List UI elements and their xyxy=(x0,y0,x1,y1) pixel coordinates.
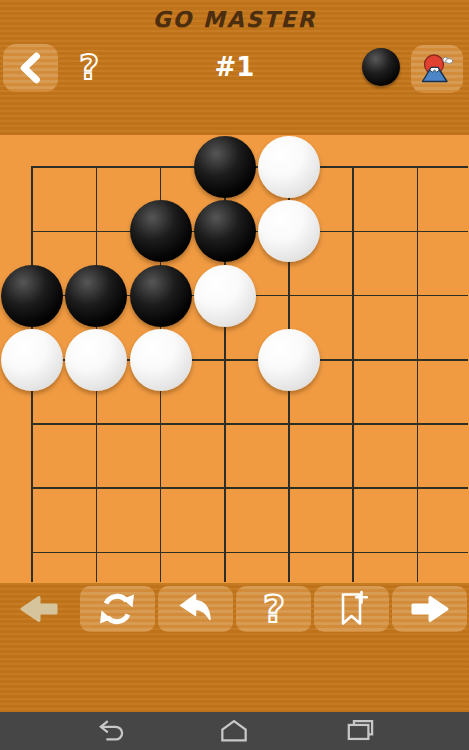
white-stone xyxy=(258,329,320,391)
help-icon[interactable]: ? xyxy=(73,47,105,89)
black-stone xyxy=(194,136,256,198)
android-home-button[interactable] xyxy=(212,717,256,745)
black-stone xyxy=(130,200,192,262)
bookmark-plus-icon xyxy=(330,587,374,631)
white-stone xyxy=(1,329,63,391)
grid-line-horizontal xyxy=(31,487,468,489)
grid-line-horizontal xyxy=(31,552,468,554)
app-title: GO MASTER xyxy=(0,7,469,32)
refresh-icon xyxy=(97,589,137,629)
undo-button[interactable] xyxy=(158,586,233,632)
grid-line-horizontal xyxy=(31,423,468,425)
white-stone xyxy=(194,265,256,327)
fuji-scene-icon xyxy=(419,51,455,87)
white-stone xyxy=(258,136,320,198)
hint-button[interactable]: ? xyxy=(236,586,311,632)
arrow-left-icon xyxy=(17,591,61,627)
android-home-icon xyxy=(216,717,252,745)
bookmark-button[interactable] xyxy=(314,586,389,632)
svg-text:?: ? xyxy=(79,47,99,87)
android-back-button[interactable] xyxy=(90,717,134,745)
black-stone xyxy=(194,200,256,262)
next-problem-button[interactable] xyxy=(392,586,467,632)
header: GO MASTER ? #1 xyxy=(0,0,469,135)
question-mark-icon: ? xyxy=(257,586,291,632)
white-stone xyxy=(258,200,320,262)
svg-text:?: ? xyxy=(262,587,284,631)
grid-line-vertical xyxy=(352,166,354,582)
android-navbar xyxy=(0,712,469,750)
restart-button[interactable] xyxy=(80,586,155,632)
back-button[interactable] xyxy=(3,44,58,92)
back-chevron-icon xyxy=(11,48,51,88)
theme-button[interactable] xyxy=(411,45,463,93)
android-recents-icon xyxy=(342,717,378,745)
black-stone xyxy=(1,265,63,327)
white-stone xyxy=(130,329,192,391)
previous-problem-button[interactable] xyxy=(2,586,77,632)
white-stone xyxy=(65,329,127,391)
go-master-app: GO MASTER ? #1 xyxy=(0,0,469,750)
toolbar: ? xyxy=(0,583,469,712)
android-recents-button[interactable] xyxy=(338,717,382,745)
black-stone xyxy=(130,265,192,327)
android-back-icon xyxy=(94,717,130,745)
question-mark-icon: ? xyxy=(74,47,104,89)
black-stone xyxy=(65,265,127,327)
arrow-right-icon xyxy=(408,591,452,627)
go-board[interactable] xyxy=(0,135,469,583)
grid-line-vertical xyxy=(417,166,419,582)
undo-arrow-icon xyxy=(175,589,215,629)
turn-indicator-black-stone xyxy=(362,48,400,86)
